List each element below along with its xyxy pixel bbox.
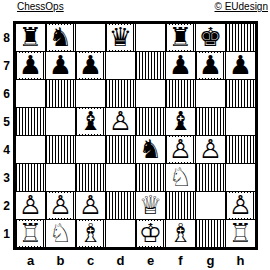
square-d5[interactable]: ♙ [106, 108, 135, 135]
square-h8[interactable] [226, 24, 255, 51]
square-h6[interactable] [226, 80, 255, 107]
header: ChessOps © EUdesign [17, 1, 268, 15]
white-king[interactable]: ♔ [138, 221, 163, 246]
square-b4[interactable] [46, 136, 75, 163]
white-knight[interactable]: ♘ [168, 165, 193, 190]
square-a5[interactable] [16, 108, 45, 135]
file-label-g: g [196, 252, 225, 268]
square-a2[interactable]: ♙ [16, 192, 45, 219]
square-d4[interactable] [106, 136, 135, 163]
white-pawn[interactable]: ♙ [18, 193, 43, 218]
square-g5[interactable] [196, 108, 225, 135]
file-label-h: h [226, 252, 255, 268]
square-f5[interactable]: ♝ [166, 108, 195, 135]
black-rook[interactable]: ♜ [168, 25, 193, 50]
file-label-c: c [76, 252, 105, 268]
square-c2[interactable]: ♙ [76, 192, 105, 219]
square-g6[interactable] [196, 80, 225, 107]
square-d1[interactable] [106, 220, 135, 247]
black-pawn[interactable]: ♟ [18, 53, 43, 78]
rank-label-4: 4 [0, 136, 13, 163]
square-b3[interactable] [46, 164, 75, 191]
square-f2[interactable] [166, 192, 195, 219]
square-d6[interactable] [106, 80, 135, 107]
square-b6[interactable] [46, 80, 75, 107]
square-e3[interactable] [136, 164, 165, 191]
square-g2[interactable] [196, 192, 225, 219]
square-e5[interactable] [136, 108, 165, 135]
square-e6[interactable] [136, 80, 165, 107]
square-c6[interactable] [76, 80, 105, 107]
black-bishop[interactable]: ♝ [78, 109, 103, 134]
square-b8[interactable]: ♞ [46, 24, 75, 51]
file-label-b: b [46, 252, 75, 268]
rank-label-6: 6 [0, 80, 13, 107]
square-f6[interactable] [166, 80, 195, 107]
square-b7[interactable]: ♟ [46, 52, 75, 79]
square-c1[interactable]: ♗ [76, 220, 105, 247]
square-a8[interactable]: ♜ [16, 24, 45, 51]
black-pawn[interactable]: ♟ [168, 53, 193, 78]
white-pawn[interactable]: ♙ [108, 109, 133, 134]
white-pawn[interactable]: ♙ [78, 193, 103, 218]
square-f8[interactable]: ♜ [166, 24, 195, 51]
black-knight[interactable]: ♞ [138, 137, 163, 162]
square-c3[interactable] [76, 164, 105, 191]
black-pawn[interactable]: ♟ [198, 53, 223, 78]
square-f7[interactable]: ♟ [166, 52, 195, 79]
square-e4[interactable]: ♞ [136, 136, 165, 163]
white-rook[interactable]: ♖ [18, 221, 43, 246]
square-h3[interactable] [226, 164, 255, 191]
square-a6[interactable] [16, 80, 45, 107]
black-queen[interactable]: ♛ [108, 25, 133, 50]
square-d7[interactable] [106, 52, 135, 79]
black-bishop[interactable]: ♝ [168, 109, 193, 134]
square-h2[interactable]: ♙ [226, 192, 255, 219]
file-labels: abcdefgh [16, 252, 255, 268]
square-f1[interactable]: ♗ [166, 220, 195, 247]
square-h4[interactable] [226, 136, 255, 163]
white-rook[interactable]: ♖ [228, 221, 253, 246]
black-rook[interactable]: ♜ [18, 25, 43, 50]
square-c4[interactable] [76, 136, 105, 163]
rank-labels: 87654321 [0, 24, 13, 247]
square-f4[interactable]: ♙ [166, 136, 195, 163]
square-a7[interactable]: ♟ [16, 52, 45, 79]
square-a1[interactable]: ♖ [16, 220, 45, 247]
white-pawn[interactable]: ♙ [228, 193, 253, 218]
white-knight[interactable]: ♘ [48, 221, 73, 246]
square-a4[interactable] [16, 136, 45, 163]
file-label-a: a [16, 252, 45, 268]
square-c7[interactable]: ♟ [76, 52, 105, 79]
black-knight[interactable]: ♞ [48, 25, 73, 50]
white-pawn[interactable]: ♙ [198, 137, 223, 162]
square-e1[interactable]: ♔ [136, 220, 165, 247]
rank-label-5: 5 [0, 108, 13, 135]
square-e2[interactable]: ♕ [136, 192, 165, 219]
board-grid: ♜♞♛♜♚♟♟♟♟♟♟♝♙♝♞♙♙♘♙♙♙♕♙♖♘♗♔♗♖ [16, 24, 255, 247]
black-king[interactable]: ♚ [198, 25, 223, 50]
app-title-link[interactable]: ChessOps [17, 1, 64, 12]
square-c5[interactable]: ♝ [76, 108, 105, 135]
black-pawn[interactable]: ♟ [48, 53, 73, 78]
square-b1[interactable]: ♘ [46, 220, 75, 247]
square-b5[interactable] [46, 108, 75, 135]
square-g1[interactable] [196, 220, 225, 247]
file-label-f: f [166, 252, 195, 268]
square-a3[interactable] [16, 164, 45, 191]
square-g7[interactable]: ♟ [196, 52, 225, 79]
black-pawn[interactable]: ♟ [228, 53, 253, 78]
square-d8[interactable]: ♛ [106, 24, 135, 51]
square-f3[interactable]: ♘ [166, 164, 195, 191]
black-pawn[interactable]: ♟ [78, 53, 103, 78]
square-h1[interactable]: ♖ [226, 220, 255, 247]
square-g4[interactable]: ♙ [196, 136, 225, 163]
white-bishop[interactable]: ♗ [168, 221, 193, 246]
white-pawn[interactable]: ♙ [48, 193, 73, 218]
file-label-e: e [136, 252, 165, 268]
white-queen[interactable]: ♕ [138, 193, 163, 218]
square-g3[interactable] [196, 164, 225, 191]
chess-diagram: ChessOps © EUdesign 87654321 ♜♞♛♜♚♟♟♟♟♟♟… [0, 0, 270, 270]
square-d3[interactable] [106, 164, 135, 191]
credit-link[interactable]: © EUdesign [214, 1, 268, 12]
rank-label-7: 7 [0, 52, 13, 79]
square-e8[interactable] [136, 24, 165, 51]
rank-label-1: 1 [0, 220, 13, 247]
rank-label-3: 3 [0, 164, 13, 191]
file-label-d: d [106, 252, 135, 268]
board-frame: ♜♞♛♜♚♟♟♟♟♟♟♝♙♝♞♙♙♘♙♙♙♕♙♖♘♗♔♗♖ [13, 21, 258, 250]
white-bishop[interactable]: ♗ [78, 221, 103, 246]
square-d2[interactable] [106, 192, 135, 219]
white-pawn[interactable]: ♙ [168, 137, 193, 162]
square-c8[interactable] [76, 24, 105, 51]
square-e7[interactable] [136, 52, 165, 79]
rank-label-8: 8 [0, 24, 13, 51]
square-g8[interactable]: ♚ [196, 24, 225, 51]
square-h5[interactable] [226, 108, 255, 135]
rank-label-2: 2 [0, 192, 13, 219]
square-b2[interactable]: ♙ [46, 192, 75, 219]
square-h7[interactable]: ♟ [226, 52, 255, 79]
